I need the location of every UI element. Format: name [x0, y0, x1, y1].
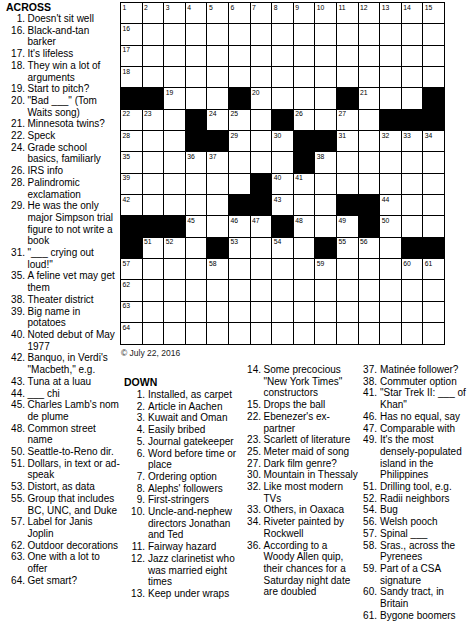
clue: 51.Dollars, in text or ad-speak	[6, 458, 120, 481]
letter-cell[interactable]	[143, 67, 164, 87]
letter-cell[interactable]: 32	[380, 131, 401, 151]
letter-cell[interactable]: 29	[229, 131, 250, 151]
clue-number: 16.	[6, 25, 25, 37]
letter-cell[interactable]	[294, 323, 315, 343]
letter-cell[interactable]	[402, 46, 423, 66]
letter-cell[interactable]	[272, 259, 293, 279]
letter-cell[interactable]	[294, 88, 315, 108]
block-cell	[423, 110, 444, 130]
letter-cell[interactable]	[402, 174, 423, 194]
letter-cell[interactable]	[186, 67, 207, 87]
clue-text: Welsh pooch	[380, 516, 473, 528]
letter-cell[interactable]: 39	[121, 174, 142, 194]
letter-cell[interactable]: 35	[121, 152, 142, 172]
letter-cell[interactable]: 63	[121, 302, 142, 322]
letter-cell[interactable]	[251, 46, 272, 66]
letter-cell[interactable]	[315, 216, 336, 236]
letter-cell[interactable]	[164, 152, 185, 172]
letter-cell[interactable]: 58	[207, 259, 228, 279]
letter-cell[interactable]	[294, 67, 315, 87]
clue-number: 64.	[6, 575, 25, 587]
letter-cell[interactable]: 34	[423, 131, 444, 151]
letter-cell[interactable]	[380, 152, 401, 172]
letter-cell[interactable]	[337, 152, 358, 172]
letter-cell[interactable]	[380, 323, 401, 343]
clue: 47.Comparable with	[362, 423, 473, 435]
cell-number: 48	[295, 217, 303, 225]
clue-number: 51.	[362, 481, 377, 493]
letter-cell[interactable]: 47	[251, 216, 272, 236]
clue-text: Ebenezer's ex-partner	[264, 411, 359, 434]
clue: 22.Speck	[6, 130, 120, 142]
letter-cell[interactable]	[402, 216, 423, 236]
letter-cell[interactable]	[315, 302, 336, 322]
clue-text: Seattle-to-Reno dir.	[28, 446, 121, 458]
letter-cell[interactable]	[315, 110, 336, 130]
letter-cell[interactable]	[186, 174, 207, 194]
letter-cell[interactable]	[402, 195, 423, 215]
cell-number: 30	[274, 132, 282, 140]
letter-cell[interactable]	[359, 67, 380, 87]
letter-cell[interactable]: 64	[121, 323, 142, 343]
block-cell	[402, 238, 423, 258]
letter-cell[interactable]	[207, 280, 228, 300]
clue: 45.Charles Lamb's nom de plume	[6, 399, 120, 422]
letter-cell[interactable]	[272, 88, 293, 108]
letter-cell[interactable]: 17	[121, 46, 142, 66]
letter-cell[interactable]: 23	[143, 110, 164, 130]
letter-cell[interactable]	[229, 24, 250, 44]
letter-cell[interactable]: 14	[402, 3, 423, 23]
down-heading: DOWN	[124, 376, 237, 388]
block-cell	[207, 238, 228, 258]
letter-cell[interactable]	[164, 67, 185, 87]
letter-cell[interactable]	[186, 195, 207, 215]
letter-cell[interactable]	[294, 302, 315, 322]
letter-cell[interactable]: 38	[315, 152, 336, 172]
letter-cell[interactable]	[164, 174, 185, 194]
letter-cell[interactable]: 57	[121, 259, 142, 279]
letter-cell[interactable]	[251, 67, 272, 87]
letter-cell[interactable]	[229, 152, 250, 172]
letter-cell[interactable]	[402, 323, 423, 343]
letter-cell[interactable]	[380, 238, 401, 258]
clue: 56.Welsh pooch	[362, 516, 473, 528]
letter-cell[interactable]	[207, 67, 228, 87]
letter-cell[interactable]	[164, 131, 185, 151]
letter-cell[interactable]	[143, 24, 164, 44]
letter-cell[interactable]	[423, 216, 444, 236]
clue-text: Like most modern TVs	[264, 481, 359, 504]
letter-cell[interactable]	[186, 259, 207, 279]
clue: 62.Outdoor decorations	[6, 540, 120, 552]
clue-text: Installed, as carpet	[148, 389, 237, 401]
letter-cell[interactable]	[359, 302, 380, 322]
letter-cell[interactable]	[423, 323, 444, 343]
clue: 14.Some precocious "New York Times" cons…	[246, 364, 358, 399]
cell-number: 17	[123, 46, 131, 54]
letter-cell[interactable]	[164, 302, 185, 322]
clue: 42.Banquo, in Verdi's "Macbeth," e.g.	[6, 352, 120, 375]
letter-cell[interactable]	[423, 280, 444, 300]
letter-cell[interactable]	[251, 302, 272, 322]
letter-cell[interactable]: 18	[121, 67, 142, 87]
letter-cell[interactable]: 28	[121, 131, 142, 151]
letter-cell[interactable]: 24	[207, 110, 228, 130]
clue-number: 60.	[362, 586, 377, 598]
letter-cell[interactable]	[359, 259, 380, 279]
letter-cell[interactable]: 12	[359, 3, 380, 23]
letter-cell[interactable]	[186, 24, 207, 44]
letter-cell[interactable]: 20	[251, 88, 272, 108]
letter-cell[interactable]	[380, 174, 401, 194]
letter-cell[interactable]	[359, 174, 380, 194]
letter-cell[interactable]	[143, 174, 164, 194]
block-cell	[359, 195, 380, 215]
cell-number: 37	[209, 153, 217, 161]
letter-cell[interactable]	[251, 259, 272, 279]
letter-cell[interactable]: 26	[294, 110, 315, 130]
letter-cell[interactable]	[229, 259, 250, 279]
cell-number: 52	[166, 238, 174, 246]
letter-cell[interactable]	[337, 302, 358, 322]
letter-cell[interactable]: 2	[143, 3, 164, 23]
clue: 50.Seattle-to-Reno dir.	[6, 446, 120, 458]
clue-text: Scarlett of literature	[264, 434, 359, 446]
clue-text: He was the only major Simpson trial figu…	[28, 200, 121, 247]
clue-number: 26.	[6, 165, 25, 177]
letter-cell[interactable]: 15	[423, 3, 444, 23]
letter-cell[interactable]	[143, 46, 164, 66]
letter-cell[interactable]	[143, 302, 164, 322]
letter-cell[interactable]	[143, 259, 164, 279]
letter-cell[interactable]	[143, 323, 164, 343]
clue: 53.Distort, as data	[6, 481, 120, 493]
clue-text: Keep under wraps	[148, 588, 237, 600]
letter-cell[interactable]	[164, 24, 185, 44]
letter-cell[interactable]	[359, 24, 380, 44]
clue-number: 23.	[246, 434, 261, 446]
clue: 38.Commuter option	[362, 376, 473, 388]
letter-cell[interactable]	[315, 46, 336, 66]
letter-cell[interactable]	[207, 24, 228, 44]
letter-cell[interactable]	[143, 280, 164, 300]
clue-number: 61.	[362, 610, 377, 622]
letter-cell[interactable]	[423, 67, 444, 87]
letter-cell[interactable]: 60	[402, 259, 423, 279]
letter-cell[interactable]	[186, 323, 207, 343]
clue-text: Theater district	[28, 294, 121, 306]
letter-cell[interactable]	[359, 280, 380, 300]
block-cell	[207, 131, 228, 151]
clue: 31."___ crying out loud!"	[6, 247, 120, 270]
letter-cell[interactable]: 46	[229, 216, 250, 236]
cell-number: 54	[274, 238, 282, 246]
letter-cell[interactable]	[207, 174, 228, 194]
letter-cell[interactable]	[272, 46, 293, 66]
letter-cell[interactable]	[164, 280, 185, 300]
cell-number: 24	[209, 110, 217, 118]
letter-cell[interactable]: 21	[359, 88, 380, 108]
letter-cell[interactable]	[229, 323, 250, 343]
clue-text: Has no equal, say	[380, 411, 473, 423]
letter-cell[interactable]	[315, 88, 336, 108]
letter-cell[interactable]: 30	[272, 131, 293, 151]
block-cell	[294, 152, 315, 172]
letter-cell[interactable]	[294, 46, 315, 66]
clue-text: Riveter painted by Rockwell	[264, 516, 359, 539]
letter-cell[interactable]	[359, 131, 380, 151]
letter-cell[interactable]	[423, 174, 444, 194]
letter-cell[interactable]: 9	[294, 3, 315, 23]
letter-cell[interactable]	[164, 323, 185, 343]
letter-cell[interactable]: 10	[315, 3, 336, 23]
letter-cell[interactable]	[337, 24, 358, 44]
letter-cell[interactable]: 1	[121, 3, 142, 23]
letter-cell[interactable]	[294, 195, 315, 215]
letter-cell[interactable]	[229, 67, 250, 87]
letter-cell[interactable]	[294, 280, 315, 300]
clue: 49.It's the most densely-populated islan…	[362, 434, 473, 481]
letter-cell[interactable]	[315, 280, 336, 300]
letter-cell[interactable]	[423, 195, 444, 215]
clue-text: Others, in Oaxaca	[264, 504, 359, 516]
letter-cell[interactable]	[402, 88, 423, 108]
clue: 38.Theater district	[6, 294, 120, 306]
letter-cell[interactable]	[186, 238, 207, 258]
letter-cell[interactable]: 42	[121, 195, 142, 215]
cell-number: 39	[123, 174, 131, 182]
letter-cell[interactable]	[315, 195, 336, 215]
letter-cell[interactable]: 62	[121, 280, 142, 300]
letter-cell[interactable]	[164, 110, 185, 130]
letter-cell[interactable]	[315, 174, 336, 194]
clue-text: Easily bribed	[148, 424, 237, 436]
letter-cell[interactable]	[251, 280, 272, 300]
letter-cell[interactable]: 51	[143, 238, 164, 258]
letter-cell[interactable]	[251, 238, 272, 258]
block-cell	[423, 88, 444, 108]
letter-cell[interactable]: 5	[207, 3, 228, 23]
letter-cell[interactable]: 11	[337, 3, 358, 23]
letter-cell[interactable]	[294, 259, 315, 279]
letter-cell[interactable]	[272, 67, 293, 87]
clue: 3.Kuwait and Oman	[124, 412, 237, 424]
cell-number: 59	[317, 260, 325, 268]
clue: 5.Journal gatekeeper	[124, 436, 237, 448]
letter-cell[interactable]: 7	[251, 3, 272, 23]
letter-cell[interactable]	[229, 302, 250, 322]
letter-cell[interactable]	[143, 195, 164, 215]
letter-cell[interactable]: 43	[272, 195, 293, 215]
letter-cell[interactable]	[186, 46, 207, 66]
letter-cell[interactable]	[143, 152, 164, 172]
letter-cell[interactable]: 19	[164, 88, 185, 108]
letter-cell[interactable]	[380, 259, 401, 279]
letter-cell[interactable]: 13	[380, 3, 401, 23]
letter-cell[interactable]: 52	[164, 238, 185, 258]
letter-cell[interactable]	[272, 280, 293, 300]
letter-cell[interactable]	[272, 302, 293, 322]
letter-cell[interactable]: 25	[229, 110, 250, 130]
letter-cell[interactable]	[423, 152, 444, 172]
letter-cell[interactable]	[186, 88, 207, 108]
block-cell	[402, 110, 423, 130]
letter-cell[interactable]	[337, 280, 358, 300]
letter-cell[interactable]	[315, 24, 336, 44]
letter-cell[interactable]	[337, 174, 358, 194]
letter-cell[interactable]	[380, 88, 401, 108]
letter-cell[interactable]	[315, 323, 336, 343]
letter-cell[interactable]	[272, 152, 293, 172]
clue: 54.Bug	[362, 504, 473, 516]
letter-cell[interactable]: 41	[294, 174, 315, 194]
clue: 29.He was the only major Simpson trial f…	[6, 200, 120, 247]
letter-cell[interactable]: 37	[207, 152, 228, 172]
clue-text: Alephs' followers	[148, 483, 237, 495]
clue-number: 45.	[6, 399, 25, 411]
letter-cell[interactable]: 36	[186, 152, 207, 172]
clue-text: Some precocious "New York Times" constru…	[264, 364, 359, 399]
clue-number: 9.	[124, 494, 145, 506]
clue: 41."Star Trek II: ___ of Khan"	[362, 387, 473, 410]
letter-cell[interactable]	[402, 302, 423, 322]
letter-cell[interactable]: 45	[186, 216, 207, 236]
clue: 60.Sandy tract, in Britain	[362, 586, 473, 609]
cell-number: 16	[123, 25, 131, 33]
letter-cell[interactable]: 56	[359, 238, 380, 258]
clue-number: 31.	[6, 247, 25, 259]
letter-cell[interactable]	[380, 46, 401, 66]
letter-cell[interactable]	[229, 174, 250, 194]
letter-cell[interactable]	[207, 216, 228, 236]
letter-cell[interactable]	[207, 323, 228, 343]
letter-cell[interactable]	[359, 46, 380, 66]
letter-cell[interactable]: 3	[164, 3, 185, 23]
letter-cell[interactable]	[143, 131, 164, 151]
letter-cell[interactable]: 49	[337, 216, 358, 236]
letter-cell[interactable]	[294, 24, 315, 44]
letter-cell[interactable]	[207, 88, 228, 108]
letter-cell[interactable]: 50	[380, 216, 401, 236]
letter-cell[interactable]: 53	[229, 238, 250, 258]
clue-text: Noted debut of May 1977	[28, 329, 121, 352]
clue: 6.Word before time or place	[124, 448, 237, 471]
letter-cell[interactable]: 6	[229, 3, 250, 23]
clue: 63.One with a lot to offer	[6, 551, 120, 574]
cell-number: 6	[230, 4, 234, 12]
clue: 1.Installed, as carpet	[124, 389, 237, 401]
clue-text: Grade school basics, familiarly	[28, 142, 121, 165]
cell-number: 3	[166, 4, 170, 12]
letter-cell[interactable]: 54	[272, 238, 293, 258]
clue-text: Meter maid of song	[264, 446, 359, 458]
cell-number: 33	[403, 132, 411, 140]
clue: 26.IRS info	[6, 165, 120, 177]
letter-cell[interactable]	[359, 323, 380, 343]
letter-cell[interactable]	[164, 46, 185, 66]
letter-cell[interactable]	[337, 46, 358, 66]
letter-cell[interactable]: 4	[186, 3, 207, 23]
clue: 7.Ordering option	[124, 471, 237, 483]
letter-cell[interactable]	[251, 24, 272, 44]
cell-number: 49	[338, 217, 346, 225]
letter-cell[interactable]	[337, 67, 358, 87]
cell-number: 41	[295, 174, 303, 182]
letter-cell[interactable]: 55	[337, 238, 358, 258]
letter-cell[interactable]	[186, 280, 207, 300]
letter-cell[interactable]	[402, 24, 423, 44]
clue: 37.Matinée follower?	[362, 364, 473, 376]
clue-number: 32.	[246, 481, 261, 493]
letter-cell[interactable]	[315, 67, 336, 87]
letter-cell[interactable]	[251, 323, 272, 343]
letter-cell[interactable]: 40	[272, 174, 293, 194]
letter-cell[interactable]	[423, 302, 444, 322]
letter-cell[interactable]: 27	[337, 110, 358, 130]
letter-cell[interactable]	[380, 24, 401, 44]
letter-cell[interactable]: 61	[423, 259, 444, 279]
letter-cell[interactable]	[251, 152, 272, 172]
clue-number: 53.	[6, 481, 25, 493]
clue-number: 27.	[246, 458, 261, 470]
letter-cell[interactable]	[380, 280, 401, 300]
letter-cell[interactable]	[337, 259, 358, 279]
letter-cell[interactable]	[229, 280, 250, 300]
cell-number: 19	[166, 89, 174, 97]
letter-cell[interactable]	[207, 195, 228, 215]
letter-cell[interactable]: 44	[380, 195, 401, 215]
clue-number: 28.	[6, 177, 25, 189]
clue: 11.Fairway hazard	[124, 541, 237, 553]
letter-cell[interactable]	[186, 302, 207, 322]
letter-cell[interactable]	[164, 195, 185, 215]
letter-cell[interactable]	[272, 24, 293, 44]
letter-cell[interactable]: 22	[121, 110, 142, 130]
letter-cell[interactable]: 33	[402, 131, 423, 151]
letter-cell[interactable]	[359, 110, 380, 130]
letter-cell[interactable]: 31	[337, 131, 358, 151]
clue: 15.Drops the ball	[246, 399, 358, 411]
letter-cell[interactable]: 16	[121, 24, 142, 44]
letter-cell[interactable]	[207, 302, 228, 322]
letter-cell[interactable]	[380, 67, 401, 87]
letter-cell[interactable]	[207, 46, 228, 66]
letter-cell[interactable]	[229, 46, 250, 66]
letter-cell[interactable]: 59	[315, 259, 336, 279]
clue-number: 52.	[362, 493, 377, 505]
letter-cell[interactable]	[251, 131, 272, 151]
letter-cell[interactable]	[423, 46, 444, 66]
letter-cell[interactable]	[251, 110, 272, 130]
letter-cell[interactable]	[402, 67, 423, 87]
clue-text: Black-and-tan barker	[28, 25, 121, 48]
clue-number: 22.	[246, 411, 261, 423]
letter-cell[interactable]	[337, 323, 358, 343]
letter-cell[interactable]	[423, 24, 444, 44]
letter-cell[interactable]	[294, 238, 315, 258]
clue-number: 57.	[6, 516, 25, 528]
block-cell	[315, 131, 336, 151]
letter-cell[interactable]	[272, 323, 293, 343]
letter-cell[interactable]	[359, 152, 380, 172]
letter-cell[interactable]: 8	[272, 3, 293, 23]
letter-cell[interactable]	[402, 152, 423, 172]
letter-cell[interactable]: 48	[294, 216, 315, 236]
letter-cell[interactable]	[164, 259, 185, 279]
letter-cell[interactable]	[402, 280, 423, 300]
letter-cell[interactable]	[380, 302, 401, 322]
